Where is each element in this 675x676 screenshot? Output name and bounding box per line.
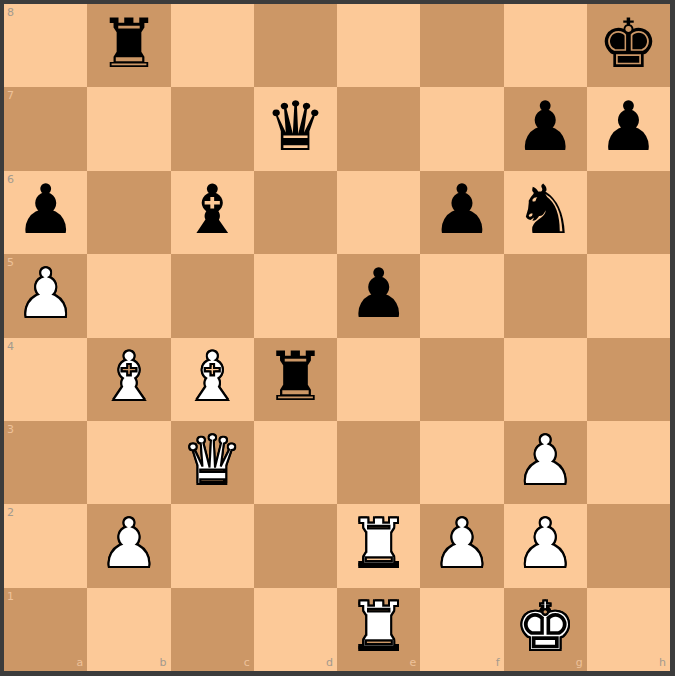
square-f4[interactable]: [420, 338, 503, 421]
board-frame: 8♜♚7♛♟♟6♟♝♟♞5♟♟4♝♝♜3♛♟2♟♜♟♟1abcde♜fg♚h: [0, 0, 675, 676]
black-rook-icon: ♜: [265, 343, 326, 411]
square-f3[interactable]: [420, 421, 503, 504]
square-c5[interactable]: [171, 254, 254, 337]
square-f5[interactable]: [420, 254, 503, 337]
square-d2[interactable]: [254, 504, 337, 587]
square-d8[interactable]: [254, 4, 337, 87]
square-c2[interactable]: [171, 504, 254, 587]
square-c6[interactable]: ♝: [171, 171, 254, 254]
square-h2[interactable]: [587, 504, 670, 587]
square-e3[interactable]: [337, 421, 420, 504]
square-b5[interactable]: [87, 254, 170, 337]
square-e7[interactable]: [337, 87, 420, 170]
square-a7[interactable]: 7: [4, 87, 87, 170]
square-b3[interactable]: [87, 421, 170, 504]
square-d5[interactable]: [254, 254, 337, 337]
square-f6[interactable]: ♟: [420, 171, 503, 254]
white-king-icon: ♚: [515, 593, 576, 661]
file-label-f: f: [496, 657, 500, 668]
square-a5[interactable]: 5♟: [4, 254, 87, 337]
square-h7[interactable]: ♟: [587, 87, 670, 170]
square-b4[interactable]: ♝: [87, 338, 170, 421]
white-bishop-icon: ♝: [98, 343, 159, 411]
square-g6[interactable]: ♞: [504, 171, 587, 254]
square-a2[interactable]: 2: [4, 504, 87, 587]
file-label-a: a: [77, 657, 84, 668]
black-pawn-icon: ♟: [15, 176, 76, 244]
square-h4[interactable]: [587, 338, 670, 421]
white-pawn-icon: ♟: [515, 427, 576, 495]
square-a1[interactable]: 1a: [4, 588, 87, 671]
square-f1[interactable]: f: [420, 588, 503, 671]
black-pawn-icon: ♟: [348, 260, 409, 328]
rank-label-7: 7: [7, 90, 14, 101]
square-b1[interactable]: b: [87, 588, 170, 671]
square-b6[interactable]: [87, 171, 170, 254]
square-c8[interactable]: [171, 4, 254, 87]
file-label-e: e: [409, 657, 416, 668]
square-a3[interactable]: 3: [4, 421, 87, 504]
square-h3[interactable]: [587, 421, 670, 504]
square-f2[interactable]: ♟: [420, 504, 503, 587]
square-e6[interactable]: [337, 171, 420, 254]
white-pawn-icon: ♟: [98, 510, 159, 578]
rank-label-1: 1: [7, 591, 14, 602]
square-g4[interactable]: [504, 338, 587, 421]
white-queen-icon: ♛: [182, 427, 243, 495]
square-a8[interactable]: 8: [4, 4, 87, 87]
chess-board: 8♜♚7♛♟♟6♟♝♟♞5♟♟4♝♝♜3♛♟2♟♜♟♟1abcde♜fg♚h: [4, 4, 670, 671]
square-e2[interactable]: ♜: [337, 504, 420, 587]
square-g3[interactable]: ♟: [504, 421, 587, 504]
square-d6[interactable]: [254, 171, 337, 254]
white-pawn-icon: ♟: [515, 510, 576, 578]
white-bishop-icon: ♝: [182, 343, 243, 411]
rank-label-8: 8: [7, 7, 14, 18]
square-d1[interactable]: d: [254, 588, 337, 671]
square-c4[interactable]: ♝: [171, 338, 254, 421]
square-e8[interactable]: [337, 4, 420, 87]
square-e5[interactable]: ♟: [337, 254, 420, 337]
rank-label-4: 4: [7, 341, 14, 352]
square-g2[interactable]: ♟: [504, 504, 587, 587]
black-king-icon: ♚: [598, 10, 659, 78]
black-queen-icon: ♛: [265, 93, 326, 161]
square-h5[interactable]: [587, 254, 670, 337]
file-label-g: g: [576, 657, 583, 668]
file-label-d: d: [326, 657, 333, 668]
white-pawn-icon: ♟: [431, 510, 492, 578]
square-d3[interactable]: [254, 421, 337, 504]
white-rook-icon: ♜: [348, 510, 409, 578]
rank-label-3: 3: [7, 424, 14, 435]
file-label-h: h: [659, 657, 666, 668]
square-e4[interactable]: [337, 338, 420, 421]
file-label-c: c: [244, 657, 250, 668]
black-pawn-icon: ♟: [515, 93, 576, 161]
square-c3[interactable]: ♛: [171, 421, 254, 504]
rank-label-5: 5: [7, 257, 14, 268]
black-pawn-icon: ♟: [598, 93, 659, 161]
white-pawn-icon: ♟: [15, 260, 76, 328]
square-c1[interactable]: c: [171, 588, 254, 671]
square-d4[interactable]: ♜: [254, 338, 337, 421]
file-label-b: b: [160, 657, 167, 668]
square-h6[interactable]: [587, 171, 670, 254]
black-bishop-icon: ♝: [182, 176, 243, 244]
square-c7[interactable]: [171, 87, 254, 170]
square-g1[interactable]: g♚: [504, 588, 587, 671]
square-b2[interactable]: ♟: [87, 504, 170, 587]
square-h8[interactable]: ♚: [587, 4, 670, 87]
black-rook-icon: ♜: [98, 10, 159, 78]
square-g8[interactable]: [504, 4, 587, 87]
square-a6[interactable]: 6♟: [4, 171, 87, 254]
black-knight-icon: ♞: [515, 176, 576, 244]
square-f7[interactable]: [420, 87, 503, 170]
square-g7[interactable]: ♟: [504, 87, 587, 170]
square-b7[interactable]: [87, 87, 170, 170]
square-b8[interactable]: ♜: [87, 4, 170, 87]
square-g5[interactable]: [504, 254, 587, 337]
square-f8[interactable]: [420, 4, 503, 87]
square-a4[interactable]: 4: [4, 338, 87, 421]
white-rook-icon: ♜: [348, 593, 409, 661]
square-e1[interactable]: e♜: [337, 588, 420, 671]
square-d7[interactable]: ♛: [254, 87, 337, 170]
rank-label-2: 2: [7, 507, 14, 518]
black-pawn-icon: ♟: [431, 176, 492, 244]
square-h1[interactable]: h: [587, 588, 670, 671]
rank-label-6: 6: [7, 174, 14, 185]
